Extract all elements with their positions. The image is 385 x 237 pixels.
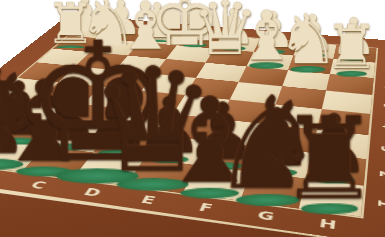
piece-white-rook-h7: ♜ bbox=[324, 17, 378, 78]
piece-black-rook-h1: ♜ bbox=[278, 102, 380, 216]
file-label-h: H bbox=[318, 216, 338, 232]
rank-label-6: 6 bbox=[381, 85, 385, 91]
chess-set-photo: ♟♟♟♟♟♟♟♟♜♞♝♚♛♝♞♜♟♟♟♟♟♟♟♟♜♞♝♚♛♝♞♜ ABCDEFG… bbox=[0, 0, 385, 237]
chess-board: ♟♟♟♟♟♟♟♟♜♞♝♚♛♝♞♜♟♟♟♟♟♟♟♟♜♞♝♚♛♝♞♜ ABCDEFG… bbox=[0, 15, 385, 237]
board-squares: ♟♟♟♟♟♟♟♟♜♞♝♚♛♝♞♜♟♟♟♟♟♟♟♟♜♞♝♚♛♝♞♜ bbox=[0, 24, 376, 217]
square-h7: ♜ bbox=[330, 59, 375, 78]
rank-label-5: 5 bbox=[379, 103, 385, 109]
perspective-container: ♟♟♟♟♟♟♟♟♜♞♝♚♛♝♞♜♟♟♟♟♟♟♟♟♜♞♝♚♛♝♞♜ ABCDEFG… bbox=[0, 0, 385, 237]
file-label-g: G bbox=[256, 208, 276, 223]
square-h1: ♜ bbox=[299, 179, 363, 217]
file-label-e: E bbox=[138, 193, 158, 207]
